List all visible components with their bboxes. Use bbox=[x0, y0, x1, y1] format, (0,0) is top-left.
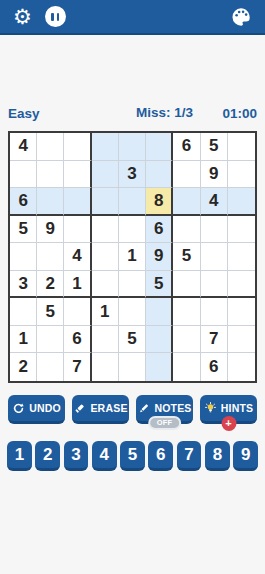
grid-cell[interactable]: 5 bbox=[146, 271, 173, 299]
numpad-button-3[interactable]: 3 bbox=[64, 441, 89, 471]
grid-cell[interactable] bbox=[92, 161, 119, 189]
grid-cell[interactable] bbox=[173, 326, 200, 354]
grid-cell[interactable] bbox=[37, 133, 64, 161]
grid-cell[interactable] bbox=[119, 188, 146, 216]
grid-cell[interactable] bbox=[173, 271, 200, 299]
grid-cell[interactable] bbox=[228, 188, 255, 216]
grid-cell[interactable]: 5 bbox=[119, 326, 146, 354]
grid-cell[interactable]: 4 bbox=[64, 243, 91, 271]
grid-cell[interactable] bbox=[146, 133, 173, 161]
grid-cell[interactable] bbox=[228, 271, 255, 299]
notes-off-toggle[interactable]: OFF bbox=[148, 416, 182, 430]
top-bar: ⚙ bbox=[0, 0, 265, 35]
toolbar: UNDO ERASE NOTES OFF bbox=[8, 395, 257, 424]
grid-cell[interactable] bbox=[228, 326, 255, 354]
grid-cell[interactable] bbox=[10, 298, 37, 326]
grid-cell[interactable]: 5 bbox=[173, 243, 200, 271]
pause-button[interactable] bbox=[45, 6, 66, 27]
theme-palette-icon[interactable] bbox=[230, 6, 252, 28]
grid-cell[interactable] bbox=[119, 271, 146, 299]
grid-cell[interactable] bbox=[92, 326, 119, 354]
grid-cell[interactable] bbox=[64, 298, 91, 326]
undo-button[interactable]: UNDO bbox=[8, 395, 65, 424]
grid-cell[interactable] bbox=[92, 216, 119, 244]
grid-cell[interactable] bbox=[173, 353, 200, 381]
grid-cell[interactable]: 5 bbox=[37, 298, 64, 326]
grid-cell[interactable]: 4 bbox=[10, 133, 37, 161]
grid-cell[interactable] bbox=[92, 243, 119, 271]
grid-cell[interactable]: 9 bbox=[201, 161, 228, 189]
numpad-button-7[interactable]: 7 bbox=[177, 441, 202, 471]
grid-cell[interactable]: 9 bbox=[37, 216, 64, 244]
numpad-button-9[interactable]: 9 bbox=[233, 441, 258, 471]
grid-cell[interactable] bbox=[37, 353, 64, 381]
grid-cell[interactable] bbox=[119, 133, 146, 161]
numpad-button-2[interactable]: 2 bbox=[35, 441, 60, 471]
hints-label: HINTS bbox=[221, 402, 254, 414]
hints-bulb-icon bbox=[204, 402, 217, 415]
grid-cell[interactable] bbox=[228, 353, 255, 381]
number-pad: 123456789 bbox=[7, 441, 258, 471]
grid-cell[interactable] bbox=[173, 216, 200, 244]
numpad-button-1[interactable]: 1 bbox=[7, 441, 32, 471]
grid-cell[interactable] bbox=[201, 243, 228, 271]
grid-cell[interactable] bbox=[228, 298, 255, 326]
hints-count-badge: + bbox=[221, 416, 236, 431]
grid-cell[interactable] bbox=[119, 298, 146, 326]
grid-cell[interactable] bbox=[228, 133, 255, 161]
grid-cell[interactable] bbox=[92, 133, 119, 161]
notes-label: NOTES bbox=[154, 402, 191, 414]
difficulty-label: Easy bbox=[8, 106, 40, 121]
sudoku-grid: 4653968459641953215511657276 bbox=[8, 131, 257, 383]
grid-cell[interactable] bbox=[201, 216, 228, 244]
grid-cell[interactable]: 1 bbox=[10, 326, 37, 354]
grid-cell[interactable]: 1 bbox=[64, 271, 91, 299]
grid-cell[interactable] bbox=[10, 161, 37, 189]
settings-gear-icon[interactable]: ⚙ bbox=[13, 0, 32, 33]
grid-cell[interactable] bbox=[173, 298, 200, 326]
undo-label: UNDO bbox=[29, 402, 61, 414]
grid-cell[interactable] bbox=[228, 243, 255, 271]
grid-cell[interactable]: 6 bbox=[173, 133, 200, 161]
grid-cell[interactable] bbox=[92, 188, 119, 216]
grid-cell[interactable]: 5 bbox=[201, 133, 228, 161]
grid-cell[interactable]: 6 bbox=[64, 326, 91, 354]
grid-cell[interactable]: 3 bbox=[119, 161, 146, 189]
grid-cell[interactable] bbox=[228, 161, 255, 189]
grid-cell[interactable]: 1 bbox=[119, 243, 146, 271]
timer: 01:00 bbox=[222, 106, 257, 121]
notes-button[interactable]: NOTES OFF bbox=[136, 395, 193, 424]
grid-cell[interactable]: 6 bbox=[10, 188, 37, 216]
grid-cell[interactable]: 6 bbox=[146, 216, 173, 244]
grid-cell[interactable] bbox=[37, 326, 64, 354]
grid-cell[interactable] bbox=[201, 271, 228, 299]
grid-cell[interactable] bbox=[173, 161, 200, 189]
grid-cell[interactable]: 2 bbox=[10, 353, 37, 381]
grid-cell[interactable] bbox=[146, 298, 173, 326]
erase-label: ERASE bbox=[90, 402, 127, 414]
grid-cell[interactable] bbox=[64, 133, 91, 161]
grid-cell[interactable]: 2 bbox=[37, 271, 64, 299]
undo-icon bbox=[12, 402, 25, 415]
erase-button[interactable]: ERASE bbox=[72, 395, 129, 424]
grid-cell[interactable] bbox=[64, 161, 91, 189]
grid-cell[interactable] bbox=[37, 161, 64, 189]
grid-cell[interactable] bbox=[228, 216, 255, 244]
grid-cell[interactable]: 5 bbox=[10, 216, 37, 244]
grid-cell[interactable] bbox=[201, 298, 228, 326]
grid-cell[interactable] bbox=[37, 243, 64, 271]
grid-cell[interactable]: 7 bbox=[64, 353, 91, 381]
numpad-button-4[interactable]: 4 bbox=[92, 441, 117, 471]
grid-cell[interactable] bbox=[119, 216, 146, 244]
grid-cell[interactable]: 7 bbox=[201, 326, 228, 354]
notes-pencil-icon bbox=[137, 402, 150, 415]
grid-cell[interactable] bbox=[64, 216, 91, 244]
grid-cell[interactable] bbox=[64, 188, 91, 216]
erase-icon bbox=[73, 402, 86, 415]
numpad-button-6[interactable]: 6 bbox=[148, 441, 173, 471]
numpad-button-8[interactable]: 8 bbox=[205, 441, 230, 471]
grid-cell[interactable]: 8 bbox=[146, 188, 173, 216]
grid-cell[interactable]: 6 bbox=[201, 353, 228, 381]
grid-cell[interactable] bbox=[10, 243, 37, 271]
status-bar: Easy Miss: 1/3 01:00 bbox=[8, 105, 257, 122]
grid-cell[interactable]: 4 bbox=[201, 188, 228, 216]
grid-cell[interactable]: 3 bbox=[10, 271, 37, 299]
grid-cell[interactable] bbox=[92, 353, 119, 381]
grid-cell[interactable] bbox=[146, 326, 173, 354]
hints-button[interactable]: HINTS + bbox=[200, 395, 257, 424]
grid-cell[interactable] bbox=[92, 271, 119, 299]
grid-cell[interactable] bbox=[37, 188, 64, 216]
grid-cell[interactable]: 1 bbox=[92, 298, 119, 326]
numpad-button-5[interactable]: 5 bbox=[120, 441, 145, 471]
grid-cell[interactable] bbox=[146, 161, 173, 189]
grid-cell[interactable] bbox=[173, 188, 200, 216]
grid-cell[interactable]: 9 bbox=[146, 243, 173, 271]
miss-counter: Miss: 1/3 bbox=[136, 105, 193, 120]
grid-cell[interactable] bbox=[119, 353, 146, 381]
grid-cell[interactable] bbox=[146, 353, 173, 381]
